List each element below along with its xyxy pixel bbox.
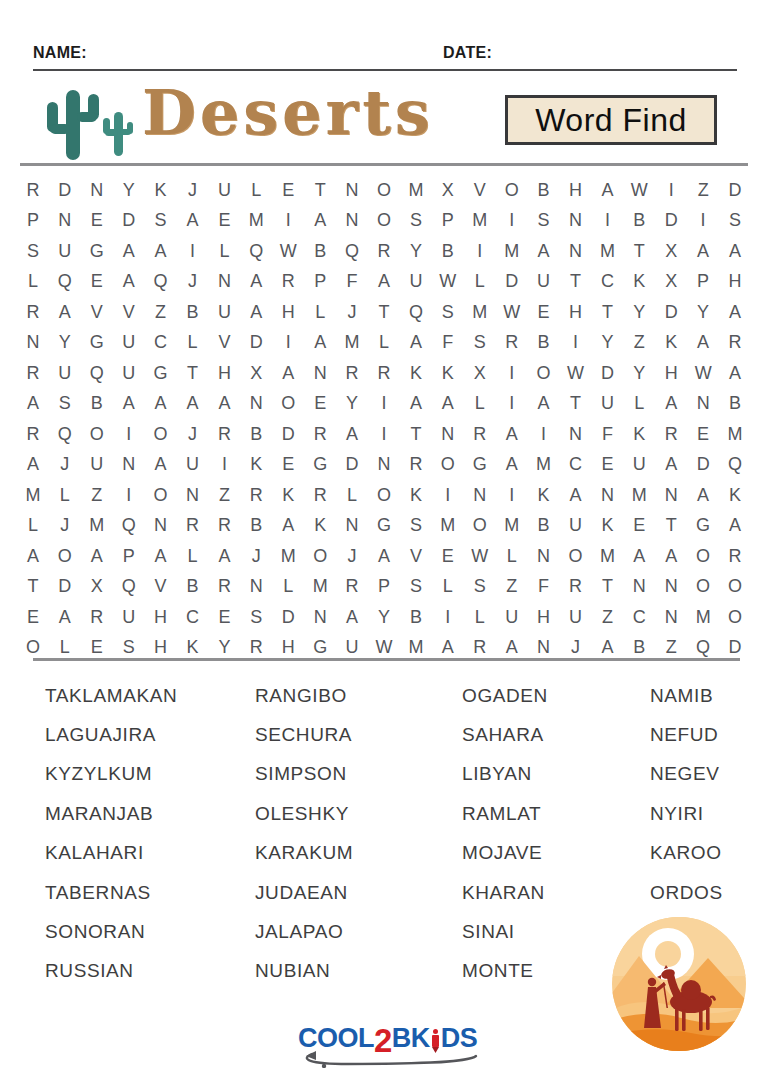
grid-cell[interactable]: M [719,419,751,450]
grid-cell[interactable]: A [368,267,400,298]
grid-cell[interactable]: I [655,175,687,206]
grid-cell[interactable]: U [496,602,528,633]
grid-cell[interactable]: H [560,297,592,328]
grid-cell[interactable]: J [49,450,81,481]
grid-cell[interactable]: I [368,419,400,450]
grid-cell[interactable]: D [49,175,81,206]
grid-cell[interactable]: F [591,419,623,450]
grid-cell[interactable]: K [655,328,687,359]
grid-cell[interactable]: V [81,297,113,328]
grid-cell[interactable]: M [464,206,496,237]
grid-cell[interactable]: V [145,572,177,603]
grid-cell[interactable]: B [81,389,113,420]
grid-cell[interactable]: L [17,267,49,298]
grid-cell[interactable]: B [528,511,560,542]
grid-cell[interactable]: F [528,572,560,603]
grid-cell[interactable]: E [208,602,240,633]
grid-cell[interactable]: A [400,389,432,420]
grid-cell[interactable]: Q [719,450,751,481]
grid-cell[interactable]: Q [113,572,145,603]
grid-cell[interactable]: A [560,480,592,511]
grid-cell[interactable]: M [687,602,719,633]
grid-cell[interactable]: M [591,236,623,267]
grid-cell[interactable]: A [304,328,336,359]
grid-cell[interactable]: Y [400,236,432,267]
grid-cell[interactable]: A [145,389,177,420]
grid-cell[interactable]: I [464,236,496,267]
grid-cell[interactable]: L [304,297,336,328]
grid-cell[interactable]: K [145,175,177,206]
grid-cell[interactable]: U [49,358,81,389]
grid-cell[interactable]: O [560,541,592,572]
grid-cell[interactable]: A [368,541,400,572]
grid-cell[interactable]: I [591,206,623,237]
grid-cell[interactable]: M [17,480,49,511]
grid-cell[interactable]: S [719,206,751,237]
grid-cell[interactable]: Z [81,480,113,511]
grid-cell[interactable]: P [304,267,336,298]
grid-cell[interactable]: U [560,511,592,542]
grid-cell[interactable]: A [145,541,177,572]
grid-cell[interactable]: R [240,480,272,511]
grid-cell[interactable]: N [560,419,592,450]
grid-cell[interactable]: R [400,450,432,481]
grid-cell[interactable]: O [368,206,400,237]
grid-cell[interactable]: J [240,541,272,572]
grid-cell[interactable]: E [687,419,719,450]
grid-cell[interactable]: N [49,206,81,237]
grid-cell[interactable]: E [591,450,623,481]
grid-cell[interactable]: A [272,358,304,389]
grid-cell[interactable]: S [400,206,432,237]
grid-cell[interactable]: R [496,328,528,359]
grid-cell[interactable]: M [528,450,560,481]
grid-cell[interactable]: E [81,267,113,298]
grid-cell[interactable]: H [560,175,592,206]
grid-cell[interactable]: R [560,572,592,603]
grid-cell[interactable]: M [304,572,336,603]
grid-cell[interactable]: L [464,602,496,633]
grid-cell[interactable]: N [560,236,592,267]
grid-cell[interactable]: R [655,419,687,450]
grid-cell[interactable]: H [208,358,240,389]
grid-cell[interactable]: D [113,206,145,237]
cool2bkids-logo[interactable]: COOL2BK DS [298,1022,484,1068]
grid-cell[interactable]: S [17,236,49,267]
grid-cell[interactable]: G [368,511,400,542]
grid-cell[interactable]: N [655,572,687,603]
grid-cell[interactable]: Q [145,267,177,298]
grid-cell[interactable]: I [368,389,400,420]
grid-cell[interactable]: A [81,541,113,572]
grid-cell[interactable]: S [240,602,272,633]
grid-cell[interactable]: R [464,419,496,450]
grid-cell[interactable]: H [655,358,687,389]
grid-cell[interactable]: N [655,480,687,511]
grid-cell[interactable]: I [272,328,304,359]
grid-cell[interactable]: N [464,480,496,511]
grid-cell[interactable]: V [464,175,496,206]
grid-cell[interactable]: A [336,602,368,633]
grid-cell[interactable]: C [560,450,592,481]
grid-cell[interactable]: T [591,572,623,603]
grid-cell[interactable]: G [687,511,719,542]
grid-cell[interactable]: K [304,511,336,542]
grid-cell[interactable]: X [655,267,687,298]
grid-cell[interactable]: C [591,267,623,298]
grid-cell[interactable]: R [208,572,240,603]
grid-cell[interactable]: Z [623,328,655,359]
grid-cell[interactable]: B [400,602,432,633]
grid-cell[interactable]: A [113,267,145,298]
grid-cell[interactable]: J [177,175,209,206]
grid-cell[interactable]: A [17,450,49,481]
grid-cell[interactable]: U [400,267,432,298]
grid-cell[interactable]: S [432,297,464,328]
grid-cell[interactable]: N [655,602,687,633]
grid-cell[interactable]: A [240,297,272,328]
grid-cell[interactable]: K [272,480,304,511]
grid-cell[interactable]: B [528,328,560,359]
grid-cell[interactable]: I [687,206,719,237]
grid-cell[interactable]: D [336,450,368,481]
grid-cell[interactable]: T [304,175,336,206]
grid-cell[interactable]: L [336,480,368,511]
grid-cell[interactable]: A [272,511,304,542]
grid-cell[interactable]: R [304,480,336,511]
grid-cell[interactable]: Y [113,175,145,206]
grid-cell[interactable]: U [623,450,655,481]
grid-cell[interactable]: R [17,297,49,328]
grid-cell[interactable]: O [81,419,113,450]
grid-cell[interactable]: M [432,511,464,542]
grid-cell[interactable]: B [240,419,272,450]
grid-cell[interactable]: S [145,206,177,237]
grid-cell[interactable]: L [432,572,464,603]
grid-cell[interactable]: L [368,328,400,359]
grid-cell[interactable]: A [240,267,272,298]
grid-cell[interactable]: A [655,541,687,572]
grid-cell[interactable]: M [496,511,528,542]
grid-cell[interactable]: I [432,602,464,633]
grid-cell[interactable]: Q [49,267,81,298]
grid-cell[interactable]: G [145,358,177,389]
grid-cell[interactable]: Z [496,572,528,603]
grid-cell[interactable]: T [17,572,49,603]
grid-cell[interactable]: A [432,389,464,420]
grid-cell[interactable]: C [623,602,655,633]
grid-cell[interactable]: Y [368,602,400,633]
grid-cell[interactable]: S [528,206,560,237]
grid-cell[interactable]: A [719,297,751,328]
grid-cell[interactable]: Q [113,511,145,542]
grid-cell[interactable]: S [464,572,496,603]
grid-cell[interactable]: A [17,389,49,420]
grid-cell[interactable]: W [687,358,719,389]
grid-cell[interactable]: Q [240,236,272,267]
grid-cell[interactable]: O [687,572,719,603]
grid-cell[interactable]: R [336,358,368,389]
grid-cell[interactable]: J [49,511,81,542]
grid-cell[interactable]: R [368,358,400,389]
grid-cell[interactable]: M [81,511,113,542]
grid-cell[interactable]: A [208,541,240,572]
grid-cell[interactable]: R [81,602,113,633]
grid-cell[interactable]: W [432,267,464,298]
grid-cell[interactable]: D [49,572,81,603]
grid-cell[interactable]: O [145,419,177,450]
grid-cell[interactable]: P [687,267,719,298]
grid-cell[interactable]: N [528,541,560,572]
grid-cell[interactable]: O [719,602,751,633]
grid-cell[interactable]: D [496,267,528,298]
grid-cell[interactable]: A [400,328,432,359]
grid-cell[interactable]: A [336,419,368,450]
grid-cell[interactable]: K [432,358,464,389]
grid-cell[interactable]: M [272,541,304,572]
grid-cell[interactable]: P [368,572,400,603]
grid-cell[interactable]: R [368,236,400,267]
grid-cell[interactable]: E [272,175,304,206]
grid-cell[interactable]: M [623,480,655,511]
grid-cell[interactable]: I [272,206,304,237]
grid-cell[interactable]: N [304,602,336,633]
grid-cell[interactable]: D [655,206,687,237]
grid-cell[interactable]: A [719,511,751,542]
grid-cell[interactable]: H [528,602,560,633]
grid-cell[interactable]: J [336,297,368,328]
grid-cell[interactable]: E [623,511,655,542]
grid-cell[interactable]: A [496,450,528,481]
grid-cell[interactable]: A [113,389,145,420]
grid-cell[interactable]: Z [208,480,240,511]
grid-cell[interactable]: N [623,572,655,603]
grid-cell[interactable]: L [177,541,209,572]
grid-cell[interactable]: N [591,480,623,511]
grid-cell[interactable]: G [464,450,496,481]
grid-cell[interactable]: N [145,511,177,542]
grid-cell[interactable]: U [113,602,145,633]
grid-cell[interactable]: O [145,480,177,511]
grid-cell[interactable]: W [623,175,655,206]
grid-cell[interactable]: L [240,175,272,206]
grid-cell[interactable]: K [591,511,623,542]
grid-cell[interactable]: S [400,511,432,542]
grid-cell[interactable]: U [81,450,113,481]
grid-cell[interactable]: O [528,358,560,389]
grid-cell[interactable]: A [49,602,81,633]
grid-cell[interactable]: I [528,419,560,450]
grid-cell[interactable]: Y [623,358,655,389]
grid-cell[interactable]: R [208,419,240,450]
grid-cell[interactable]: E [528,297,560,328]
grid-cell[interactable]: Q [81,358,113,389]
grid-cell[interactable]: L [208,236,240,267]
grid-cell[interactable]: T [560,389,592,420]
grid-cell[interactable]: I [496,480,528,511]
grid-cell[interactable]: O [272,389,304,420]
grid-cell[interactable]: O [49,541,81,572]
grid-cell[interactable]: R [17,419,49,450]
grid-cell[interactable]: R [17,175,49,206]
grid-cell[interactable]: F [432,328,464,359]
grid-cell[interactable]: K [623,267,655,298]
grid-cell[interactable]: A [655,389,687,420]
grid-cell[interactable]: O [432,450,464,481]
grid-cell[interactable]: A [719,358,751,389]
grid-cell[interactable]: U [208,297,240,328]
grid-cell[interactable]: X [432,175,464,206]
grid-cell[interactable]: U [49,236,81,267]
grid-cell[interactable]: I [113,480,145,511]
grid-cell[interactable]: T [368,297,400,328]
grid-cell[interactable]: A [687,480,719,511]
grid-cell[interactable]: B [719,389,751,420]
grid-cell[interactable]: O [368,480,400,511]
grid-cell[interactable]: I [560,328,592,359]
grid-cell[interactable]: L [17,511,49,542]
grid-cell[interactable]: V [113,297,145,328]
grid-cell[interactable]: B [528,175,560,206]
grid-cell[interactable]: N [336,175,368,206]
grid-cell[interactable]: B [623,206,655,237]
grid-cell[interactable]: N [240,572,272,603]
grid-cell[interactable]: T [400,419,432,450]
grid-cell[interactable]: L [49,480,81,511]
grid-cell[interactable]: A [655,450,687,481]
grid-cell[interactable]: Q [49,419,81,450]
grid-cell[interactable]: O [368,175,400,206]
grid-cell[interactable]: U [560,602,592,633]
grid-cell[interactable]: D [240,328,272,359]
grid-cell[interactable]: K [623,419,655,450]
grid-cell[interactable]: R [719,328,751,359]
grid-cell[interactable]: D [655,297,687,328]
grid-cell[interactable]: A [145,236,177,267]
grid-cell[interactable]: W [464,541,496,572]
grid-cell[interactable]: R [719,541,751,572]
grid-cell[interactable]: Z [687,175,719,206]
grid-cell[interactable]: O [464,511,496,542]
grid-cell[interactable]: E [17,602,49,633]
grid-cell[interactable]: T [623,236,655,267]
grid-cell[interactable]: Z [145,297,177,328]
grid-cell[interactable]: B [240,511,272,542]
grid-cell[interactable]: W [560,358,592,389]
grid-cell[interactable]: S [400,572,432,603]
grid-cell[interactable]: H [719,267,751,298]
grid-cell[interactable]: M [240,206,272,237]
grid-cell[interactable]: B [177,572,209,603]
grid-cell[interactable]: R [336,572,368,603]
grid-cell[interactable]: U [113,328,145,359]
grid-cell[interactable]: R [177,511,209,542]
grid-cell[interactable]: S [49,389,81,420]
grid-cell[interactable]: N [81,175,113,206]
grid-cell[interactable]: U [591,389,623,420]
grid-cell[interactable]: J [336,541,368,572]
grid-cell[interactable]: F [336,267,368,298]
grid-cell[interactable]: V [208,328,240,359]
grid-cell[interactable]: P [113,541,145,572]
grid-cell[interactable]: E [432,541,464,572]
grid-cell[interactable]: X [655,236,687,267]
grid-cell[interactable]: A [528,389,560,420]
grid-cell[interactable]: W [272,236,304,267]
grid-cell[interactable]: L [464,267,496,298]
grid-cell[interactable]: N [687,389,719,420]
grid-cell[interactable]: J [177,267,209,298]
grid-cell[interactable]: I [208,450,240,481]
grid-cell[interactable]: M [464,297,496,328]
grid-cell[interactable]: G [304,450,336,481]
grid-cell[interactable]: N [304,358,336,389]
grid-cell[interactable]: A [623,541,655,572]
grid-cell[interactable]: M [591,541,623,572]
grid-cell[interactable]: H [272,297,304,328]
grid-cell[interactable]: B [177,297,209,328]
grid-cell[interactable]: I [177,236,209,267]
grid-cell[interactable]: L [464,389,496,420]
grid-cell[interactable]: D [591,358,623,389]
grid-cell[interactable]: N [432,419,464,450]
grid-cell[interactable]: D [272,419,304,450]
grid-cell[interactable]: A [113,236,145,267]
grid-cell[interactable]: Z [591,602,623,633]
grid-cell[interactable]: W [496,297,528,328]
grid-cell[interactable]: T [177,358,209,389]
grid-cell[interactable]: O [496,175,528,206]
grid-cell[interactable]: N [17,328,49,359]
grid-cell[interactable]: U [528,267,560,298]
grid-cell[interactable]: A [687,236,719,267]
grid-cell[interactable]: B [304,236,336,267]
grid-cell[interactable]: K [528,480,560,511]
grid-cell[interactable]: C [145,328,177,359]
grid-cell[interactable]: O [304,541,336,572]
grid-cell[interactable]: N [336,206,368,237]
grid-cell[interactable]: T [655,511,687,542]
grid-cell[interactable]: A [208,389,240,420]
grid-cell[interactable]: L [623,389,655,420]
grid-cell[interactable]: E [272,450,304,481]
grid-cell[interactable]: A [496,419,528,450]
grid-cell[interactable]: A [177,389,209,420]
grid-cell[interactable]: N [336,511,368,542]
grid-cell[interactable]: N [240,389,272,420]
grid-cell[interactable]: K [400,480,432,511]
grid-cell[interactable]: D [719,175,751,206]
grid-cell[interactable]: U [177,450,209,481]
grid-cell[interactable]: H [145,602,177,633]
grid-cell[interactable]: N [368,450,400,481]
grid-cell[interactable]: G [81,328,113,359]
grid-cell[interactable]: M [496,236,528,267]
grid-cell[interactable]: K [400,358,432,389]
grid-cell[interactable]: K [719,480,751,511]
grid-cell[interactable]: V [400,541,432,572]
grid-cell[interactable]: R [208,511,240,542]
grid-cell[interactable]: O [687,541,719,572]
grid-cell[interactable]: A [528,236,560,267]
grid-cell[interactable]: Y [591,328,623,359]
grid-cell[interactable]: I [432,480,464,511]
grid-cell[interactable]: N [113,450,145,481]
grid-cell[interactable]: C [177,602,209,633]
grid-cell[interactable]: D [272,602,304,633]
grid-cell[interactable]: T [591,297,623,328]
grid-cell[interactable]: Y [336,389,368,420]
